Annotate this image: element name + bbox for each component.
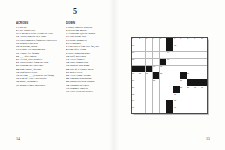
grid-cell[interactable] — [153, 45, 160, 52]
cell-number: 8 — [187, 37, 188, 39]
grid-cell[interactable] — [180, 93, 187, 100]
grid-cell[interactable]: 12 — [173, 45, 180, 52]
grid-cell[interactable] — [201, 59, 208, 66]
clue-number: 37 — [16, 83, 19, 86]
grid-cell[interactable] — [194, 93, 201, 100]
grid-cell[interactable] — [173, 66, 180, 73]
grid-cell[interactable] — [194, 59, 201, 66]
grid-cell[interactable] — [180, 45, 187, 52]
grid-cell[interactable]: 20 — [139, 72, 146, 79]
grid-cell[interactable] — [194, 72, 201, 79]
cell-number: 21 — [146, 72, 148, 74]
grid-cell[interactable] — [166, 79, 173, 86]
grid-cell[interactable] — [173, 79, 180, 86]
grid-cell[interactable] — [153, 52, 160, 59]
cell-number: 15 — [132, 58, 134, 60]
grid-cell[interactable] — [146, 100, 153, 107]
black-cell — [201, 79, 208, 86]
grid-cell[interactable] — [194, 107, 201, 114]
grid-cell[interactable] — [187, 107, 194, 114]
grid-cell[interactable]: 7 — [180, 38, 187, 45]
grid-cell[interactable] — [146, 93, 153, 100]
grid-cell[interactable]: 22 — [160, 72, 167, 79]
grid-cell[interactable] — [187, 52, 194, 59]
grid-cell[interactable] — [201, 107, 208, 114]
cell-number: 29 — [187, 86, 189, 88]
cell-number: 19 — [132, 72, 134, 74]
black-cell — [166, 107, 173, 114]
grid-cell[interactable] — [160, 100, 167, 107]
grid-cell[interactable]: 5 — [160, 38, 167, 45]
book-spread: 5 ACROSS 1 Eats up6 Like worn tires11 It… — [0, 0, 225, 150]
grid-cell[interactable] — [166, 72, 173, 79]
grid-cell[interactable] — [146, 79, 153, 86]
grid-cell[interactable] — [201, 100, 208, 107]
grid-cell[interactable]: 19 — [132, 72, 139, 79]
cell-number: 26 — [180, 79, 182, 81]
grid-cell[interactable] — [180, 107, 187, 114]
across-clue-list: 1 Eats up6 Like worn tires11 It merged w… — [16, 26, 59, 87]
grid-cell[interactable] — [139, 100, 146, 107]
cell-number: 17 — [153, 65, 155, 67]
grid-cell[interactable] — [139, 79, 146, 86]
grid-cell[interactable]: 23 — [187, 72, 194, 79]
cell-number: 28 — [180, 86, 182, 88]
cell-number: 27 — [132, 86, 134, 88]
grid-cell[interactable]: 27 — [132, 86, 139, 93]
grid-cell[interactable] — [139, 59, 146, 66]
cell-number: 11 — [132, 44, 134, 46]
grid-cell[interactable] — [166, 86, 173, 93]
cell-number: 35 — [174, 99, 176, 101]
grid-cell[interactable]: 10 — [201, 38, 208, 45]
crossword-grid: 1234567891011121314151617181920212223242… — [131, 37, 208, 114]
grid-cell[interactable]: 36 — [132, 107, 139, 114]
grid-cell[interactable]: 21 — [146, 72, 153, 79]
grid-cell[interactable] — [139, 86, 146, 93]
cell-number: 1 — [132, 37, 133, 39]
grid-cell[interactable] — [153, 86, 160, 93]
cell-number: 7 — [180, 37, 181, 39]
grid-cell[interactable] — [139, 93, 146, 100]
cell-number: 31 — [201, 86, 203, 88]
cell-number: 16 — [167, 58, 169, 60]
grid-cell[interactable] — [173, 72, 180, 79]
grid-cell[interactable] — [166, 93, 173, 100]
grid-cell[interactable] — [194, 52, 201, 59]
grid-cell[interactable] — [153, 107, 160, 114]
cell-number: 32 — [132, 93, 134, 95]
cell-number: 2 — [139, 37, 140, 39]
grid-cell[interactable] — [146, 52, 153, 59]
grid-cell[interactable]: 26 — [180, 79, 187, 86]
grid-cell[interactable] — [201, 66, 208, 73]
black-cell — [194, 79, 201, 86]
grid-cell[interactable] — [187, 93, 194, 100]
down-clue-33: 33 Little trick-or-treater — [66, 90, 109, 93]
cell-number: 5 — [160, 37, 161, 39]
cell-number: 9 — [194, 37, 195, 39]
grid-cell[interactable] — [146, 59, 153, 66]
cell-number: 13 — [132, 51, 134, 53]
black-cell — [166, 100, 173, 107]
grid-cell[interactable] — [160, 52, 167, 59]
cell-number: 20 — [139, 72, 141, 74]
grid-cell[interactable] — [146, 107, 153, 114]
grid-cell[interactable]: 17 — [153, 66, 160, 73]
cell-number: 4 — [153, 37, 154, 39]
grid-cell[interactable] — [160, 86, 167, 93]
cell-number: 36 — [132, 106, 134, 108]
grid-cell[interactable]: 2 — [139, 38, 146, 45]
grid-cell[interactable] — [166, 66, 173, 73]
grid-cell[interactable] — [160, 45, 167, 52]
cell-number: 25 — [153, 79, 155, 81]
grid-cell[interactable] — [160, 93, 167, 100]
black-cell — [153, 72, 160, 79]
cell-number: 6 — [174, 37, 175, 39]
black-cell — [180, 72, 187, 79]
grid-cell[interactable] — [146, 86, 153, 93]
crossword-grid-cells: 1234567891011121314151617181920212223242… — [132, 38, 207, 113]
grid-cell[interactable]: 29 — [187, 86, 194, 93]
grid-cell[interactable] — [187, 45, 194, 52]
grid-cell[interactable] — [139, 107, 146, 114]
grid-cell[interactable] — [201, 52, 208, 59]
cell-number: 23 — [187, 72, 189, 74]
cell-number: 12 — [174, 44, 176, 46]
black-cell — [173, 86, 180, 93]
grid-cell[interactable] — [160, 107, 167, 114]
grid-cell[interactable]: 30 — [194, 86, 201, 93]
across-clue-37: 37 Minor-league mistakes — [16, 83, 59, 86]
grid-cell[interactable] — [153, 100, 160, 107]
cell-number: 14 — [167, 51, 169, 53]
grid-cell[interactable]: 37 — [173, 107, 180, 114]
grid-cell[interactable] — [173, 59, 180, 66]
cell-number: 37 — [174, 106, 176, 108]
cell-number: 33 — [174, 93, 176, 95]
grid-cell[interactable] — [180, 100, 187, 107]
grid-cell[interactable] — [139, 52, 146, 59]
grid-cell[interactable] — [187, 59, 194, 66]
grid-cell[interactable] — [139, 45, 146, 52]
grid-cell[interactable] — [153, 93, 160, 100]
grid-cell[interactable] — [180, 52, 187, 59]
grid-cell[interactable]: 4 — [153, 38, 160, 45]
cell-number: 30 — [194, 86, 196, 88]
grid-cell[interactable] — [194, 100, 201, 107]
puzzle-number: 5 — [0, 7, 150, 16]
grid-cell[interactable]: 28 — [180, 86, 187, 93]
grid-cell[interactable] — [180, 59, 187, 66]
grid-cell[interactable]: 9 — [194, 38, 201, 45]
cell-number: 18 — [160, 65, 162, 67]
cell-number: 34 — [132, 99, 134, 101]
black-cell — [166, 38, 173, 45]
down-clue-list: 1 Rock concert blasters2 Wrestling match… — [66, 26, 109, 93]
cell-number: 24 — [132, 79, 134, 81]
grid-cell[interactable]: 24 — [132, 79, 139, 86]
grid-cell[interactable] — [146, 45, 153, 52]
clue-number: 33 — [66, 89, 69, 92]
grid-cell[interactable]: 3 — [146, 38, 153, 45]
grid-cell[interactable] — [194, 45, 201, 52]
grid-cell[interactable] — [180, 66, 187, 73]
grid-cell[interactable] — [194, 66, 201, 73]
grid-cell[interactable]: 31 — [201, 86, 208, 93]
black-cell — [187, 79, 194, 86]
grid-cell[interactable] — [173, 52, 180, 59]
cell-number: 10 — [201, 37, 203, 39]
grid-cell[interactable]: 15 — [132, 59, 139, 66]
cell-number: 3 — [146, 37, 147, 39]
grid-cell[interactable]: 16 — [166, 59, 173, 66]
grid-cell[interactable] — [201, 93, 208, 100]
grid-cell[interactable] — [201, 72, 208, 79]
grid-cell[interactable] — [187, 100, 194, 107]
grid-cell[interactable] — [201, 45, 208, 52]
grid-cell[interactable]: 25 — [153, 79, 160, 86]
grid-cell[interactable] — [160, 79, 167, 86]
right-page-number: 15 — [206, 136, 210, 141]
left-page-number: 14 — [16, 136, 20, 141]
grid-cell[interactable]: 8 — [187, 38, 194, 45]
cell-number: 22 — [160, 72, 162, 74]
